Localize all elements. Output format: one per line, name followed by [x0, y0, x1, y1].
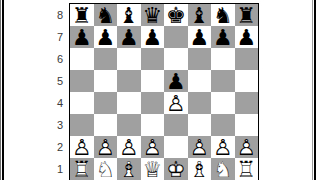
square-f7[interactable]: ♟: [188, 26, 212, 48]
square-g2[interactable]: ♟♙: [211, 136, 235, 158]
square-e8[interactable]: ♚: [164, 4, 188, 26]
square-c3[interactable]: [117, 114, 141, 136]
piece-white-queen[interactable]: ♕: [141, 158, 165, 180]
rank-label-4: 4: [40, 92, 63, 114]
piece-black-pawn[interactable]: ♟: [141, 26, 165, 48]
square-h2[interactable]: ♟♙: [235, 136, 259, 158]
square-f3[interactable]: [188, 114, 212, 136]
rank-label-5: 5: [40, 70, 63, 92]
piece-black-knight[interactable]: ♞: [94, 4, 118, 26]
piece-white-pawn[interactable]: ♙: [117, 136, 141, 158]
square-a1[interactable]: ♜♖: [70, 158, 94, 180]
piece-white-knight[interactable]: ♘: [94, 158, 118, 180]
square-g1[interactable]: ♞♘: [211, 158, 235, 180]
square-c4[interactable]: [117, 92, 141, 114]
square-d4[interactable]: [141, 92, 165, 114]
piece-white-pawn[interactable]: ♙: [164, 92, 188, 114]
square-g3[interactable]: [211, 114, 235, 136]
square-h7[interactable]: ♟: [235, 26, 259, 48]
square-g7[interactable]: ♟: [211, 26, 235, 48]
square-f4[interactable]: [188, 92, 212, 114]
square-e7[interactable]: [164, 26, 188, 48]
square-e4[interactable]: ♟♙: [164, 92, 188, 114]
square-f5[interactable]: [188, 70, 212, 92]
square-c6[interactable]: [117, 48, 141, 70]
square-h8[interactable]: ♜: [235, 4, 259, 26]
piece-white-pawn[interactable]: ♙: [70, 136, 94, 158]
square-b8[interactable]: ♞: [94, 4, 118, 26]
square-b5[interactable]: [94, 70, 118, 92]
piece-black-pawn[interactable]: ♟: [188, 26, 212, 48]
piece-black-pawn[interactable]: ♟: [164, 70, 188, 92]
window-right-edge-inner: [314, 0, 316, 180]
square-f6[interactable]: [188, 48, 212, 70]
square-g5[interactable]: [211, 70, 235, 92]
square-b2[interactable]: ♟♙: [94, 136, 118, 158]
chess-board[interactable]: ♜♞♝♛♚♝♞♜♟♟♟♟♟♟♟♟♟♙♟♙♟♙♟♙♟♙♟♙♟♙♟♙♜♖♞♘♝♗♛♕…: [69, 3, 259, 180]
rank-label-7: 7: [40, 26, 63, 48]
square-a6[interactable]: [70, 48, 94, 70]
piece-black-pawn[interactable]: ♟: [70, 26, 94, 48]
rank-label-1: 1: [40, 158, 63, 180]
square-a4[interactable]: [70, 92, 94, 114]
square-a3[interactable]: [70, 114, 94, 136]
square-f2[interactable]: ♟♙: [188, 136, 212, 158]
square-h1[interactable]: ♜♖: [235, 158, 259, 180]
square-f1[interactable]: ♝♗: [188, 158, 212, 180]
piece-white-rook[interactable]: ♖: [235, 158, 259, 180]
square-f8[interactable]: ♝: [188, 4, 212, 26]
square-e6[interactable]: [164, 48, 188, 70]
square-b7[interactable]: ♟: [94, 26, 118, 48]
piece-black-rook[interactable]: ♜: [70, 4, 94, 26]
window-right-edge-outer: [312, 0, 313, 180]
piece-black-bishop[interactable]: ♝: [188, 4, 212, 26]
square-h3[interactable]: [235, 114, 259, 136]
piece-black-king[interactable]: ♚: [164, 4, 188, 26]
piece-white-knight[interactable]: ♘: [211, 158, 235, 180]
piece-black-pawn[interactable]: ♟: [117, 26, 141, 48]
piece-black-knight[interactable]: ♞: [211, 4, 235, 26]
square-c5[interactable]: [117, 70, 141, 92]
square-d3[interactable]: [141, 114, 165, 136]
piece-black-pawn[interactable]: ♟: [235, 26, 259, 48]
square-d6[interactable]: [141, 48, 165, 70]
square-h5[interactable]: [235, 70, 259, 92]
square-g4[interactable]: [211, 92, 235, 114]
square-d8[interactable]: ♛: [141, 4, 165, 26]
square-b3[interactable]: [94, 114, 118, 136]
square-e1[interactable]: ♚♔: [164, 158, 188, 180]
piece-white-bishop[interactable]: ♗: [188, 158, 212, 180]
square-b4[interactable]: [94, 92, 118, 114]
square-d2[interactable]: ♟♙: [141, 136, 165, 158]
square-g8[interactable]: ♞: [211, 4, 235, 26]
piece-white-pawn[interactable]: ♙: [188, 136, 212, 158]
piece-black-pawn[interactable]: ♟: [94, 26, 118, 48]
square-c7[interactable]: ♟: [117, 26, 141, 48]
square-e3[interactable]: [164, 114, 188, 136]
square-d7[interactable]: ♟: [141, 26, 165, 48]
square-a5[interactable]: [70, 70, 94, 92]
piece-white-pawn[interactable]: ♙: [211, 136, 235, 158]
square-a8[interactable]: ♜: [70, 4, 94, 26]
square-h6[interactable]: [235, 48, 259, 70]
square-a2[interactable]: ♟♙: [70, 136, 94, 158]
window-left-edge-inner: [2, 0, 4, 180]
square-h4[interactable]: [235, 92, 259, 114]
rank-label-6: 6: [40, 48, 63, 70]
piece-black-bishop[interactable]: ♝: [117, 4, 141, 26]
square-b1[interactable]: ♞♘: [94, 158, 118, 180]
piece-black-rook[interactable]: ♜: [235, 4, 259, 26]
rank-label-3: 3: [40, 114, 63, 136]
piece-black-pawn[interactable]: ♟: [211, 26, 235, 48]
square-a7[interactable]: ♟: [70, 26, 94, 48]
window-left-edge-outer: [0, 0, 1, 180]
piece-white-pawn[interactable]: ♙: [94, 136, 118, 158]
square-e2[interactable]: [164, 136, 188, 158]
rank-labels-column: 8 7 6 5 4 3 2 1: [40, 4, 63, 180]
piece-black-queen[interactable]: ♛: [141, 4, 165, 26]
rank-label-2: 2: [40, 136, 63, 158]
piece-white-rook[interactable]: ♖: [70, 158, 94, 180]
square-d5[interactable]: [141, 70, 165, 92]
square-d1[interactable]: ♛♕: [141, 158, 165, 180]
square-c8[interactable]: ♝: [117, 4, 141, 26]
square-b6[interactable]: [94, 48, 118, 70]
piece-white-pawn[interactable]: ♙: [235, 136, 259, 158]
chess-diagram-page: 8 7 6 5 4 3 2 1 ♜♞♝♛♚♝♞♜♟♟♟♟♟♟♟♟♟♙♟♙♟♙♟♙…: [0, 0, 320, 180]
piece-white-bishop[interactable]: ♗: [117, 158, 141, 180]
piece-white-pawn[interactable]: ♙: [141, 136, 165, 158]
square-c1[interactable]: ♝♗: [117, 158, 141, 180]
rank-label-8: 8: [40, 4, 63, 26]
square-c2[interactable]: ♟♙: [117, 136, 141, 158]
square-e5[interactable]: ♟: [164, 70, 188, 92]
square-g6[interactable]: [211, 48, 235, 70]
piece-white-king[interactable]: ♔: [164, 158, 188, 180]
